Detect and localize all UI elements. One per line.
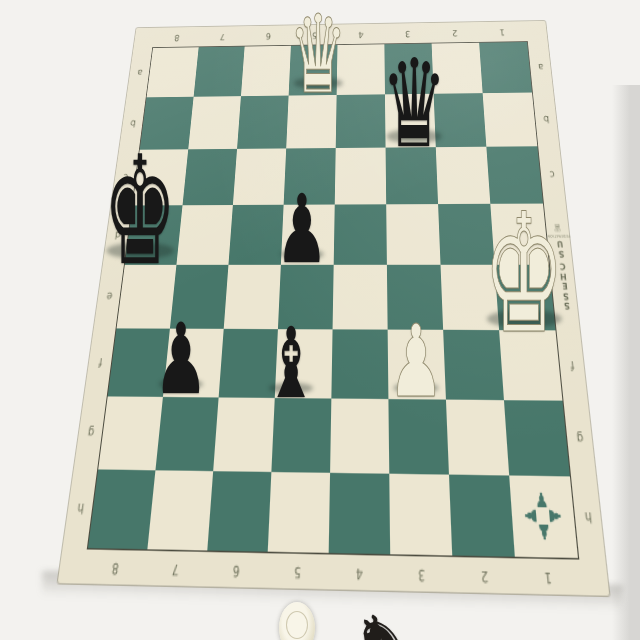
piece-black-queen-b3: ♛ <box>381 43 447 165</box>
table-surface: { "game": "chess", "scene": "Overhead ph… <box>0 0 640 640</box>
rank-label-top-1: 1 <box>499 28 505 37</box>
square-h6 <box>207 471 271 552</box>
square-d4 <box>334 204 387 265</box>
piece-white-queen-a5: ♛ <box>289 1 347 109</box>
square-d3 <box>386 204 440 265</box>
square-h2 <box>449 475 515 557</box>
rank-label-bottom-3: 3 <box>418 567 426 582</box>
rank-label-bottom-7: 7 <box>171 562 179 577</box>
rank-label-bottom-5: 5 <box>294 564 301 579</box>
file-label-right-b: b <box>543 114 550 124</box>
offboard-white-pawn <box>279 602 315 640</box>
offboard-black-knight-fallen: ♞ <box>345 600 416 640</box>
square-g2 <box>446 400 509 476</box>
rank-label-top-2: 2 <box>452 28 458 37</box>
rank-label-top-6: 6 <box>265 32 271 41</box>
piece-black-pawn-f7: ♟ <box>154 310 208 408</box>
piece-black-king-d8: ♚ <box>103 136 177 286</box>
square-b1 <box>483 93 538 147</box>
rank-label-top-8: 8 <box>174 33 180 42</box>
rank-label-top-4: 4 <box>358 30 363 39</box>
pawn-top-ring <box>286 611 308 639</box>
file-label-left-h: h <box>77 501 85 515</box>
square-b6 <box>237 96 289 149</box>
square-h7 <box>147 470 213 550</box>
square-f4 <box>331 329 388 399</box>
rank-label-bottom-6: 6 <box>232 563 240 578</box>
square-e4 <box>333 265 388 330</box>
file-label-left-a: a <box>137 68 143 77</box>
square-a7 <box>194 47 245 97</box>
file-label-right-f: f <box>570 359 575 372</box>
table-edge-shadow <box>612 85 640 640</box>
square-g1 <box>504 400 570 476</box>
square-a8 <box>147 47 199 97</box>
square-h4 <box>329 473 391 554</box>
square-a6 <box>241 46 291 96</box>
rank-label-bottom-2: 2 <box>481 568 489 583</box>
piece-black-pawn-d5: ♟ <box>276 182 329 277</box>
rank-label-bottom-1: 1 <box>544 570 553 586</box>
piece-white-king-e1: ♚ <box>484 192 565 357</box>
rank-label-bottom-8: 8 <box>111 560 120 575</box>
rank-label-top-7: 7 <box>220 32 226 41</box>
square-c4 <box>335 148 386 205</box>
file-label-right-h: h <box>584 509 593 524</box>
file-label-left-f: f <box>98 356 103 368</box>
square-b7 <box>188 96 241 149</box>
square-c7 <box>183 149 238 205</box>
file-label-right-a: a <box>538 62 544 71</box>
piece-white-pawn-f3: ♟ <box>388 312 444 412</box>
rank-label-bottom-4: 4 <box>356 566 363 581</box>
square-h8 <box>88 469 155 549</box>
square-d7 <box>176 205 232 265</box>
square-h3 <box>389 474 452 556</box>
piece-black-bishop-f5: ♝ <box>265 314 318 412</box>
corner-diamond-pawn-icon: ♟ <box>522 506 539 525</box>
file-label-right-g: g <box>576 431 584 445</box>
square-h5 <box>268 472 330 553</box>
square-g4 <box>330 399 389 474</box>
file-label-left-g: g <box>87 426 95 439</box>
square-a1 <box>479 42 532 93</box>
